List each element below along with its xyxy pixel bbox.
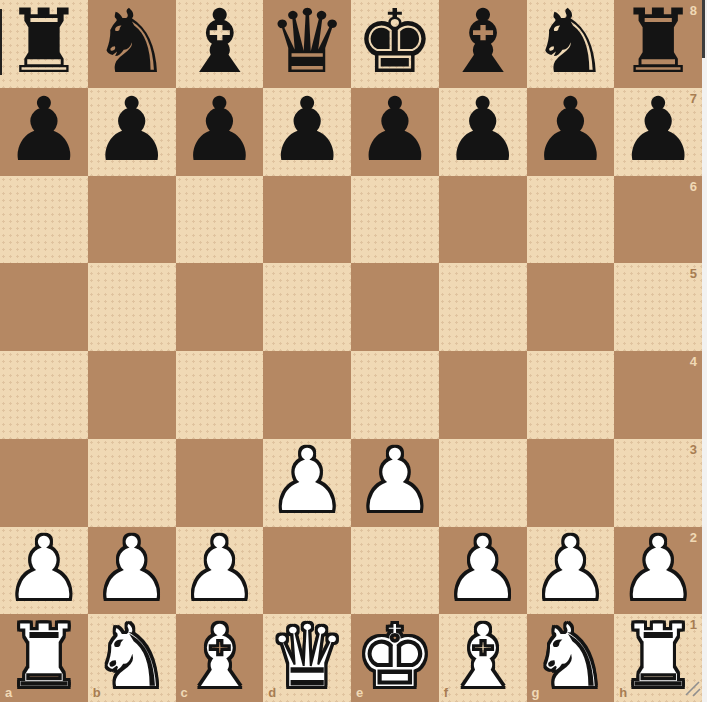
square-a5[interactable] — [0, 263, 88, 351]
white-knight[interactable]: ♞ — [92, 613, 171, 700]
square-a2[interactable]: ♟ — [0, 527, 88, 615]
square-a4[interactable] — [0, 351, 88, 439]
rank-label-3: 3 — [690, 443, 697, 456]
white-bishop[interactable]: ♝ — [443, 613, 522, 700]
chess-board[interactable]: ♜♞♝♛♚♝♞♜8♟♟♟♟♟♟♟♟7654♟♟3♟♟♟♟♟♟2♜a♞b♝c♛d♚… — [0, 0, 702, 702]
black-pawn[interactable]: ♟ — [268, 86, 347, 173]
square-c3[interactable] — [176, 439, 264, 527]
square-g4[interactable] — [527, 351, 615, 439]
black-pawn[interactable]: ♟ — [443, 86, 522, 173]
square-h4[interactable]: 4 — [614, 351, 702, 439]
white-pawn[interactable]: ♟ — [180, 525, 259, 612]
square-f6[interactable] — [439, 176, 527, 264]
black-rook[interactable]: ♜ — [619, 0, 698, 85]
square-a6[interactable] — [0, 176, 88, 264]
square-f4[interactable] — [439, 351, 527, 439]
scrollbar-thumb[interactable] — [702, 0, 705, 58]
square-c8[interactable]: ♝ — [176, 0, 264, 88]
square-b4[interactable] — [88, 351, 176, 439]
black-bishop[interactable]: ♝ — [180, 0, 259, 85]
square-b3[interactable] — [88, 439, 176, 527]
square-b2[interactable]: ♟ — [88, 527, 176, 615]
black-knight[interactable]: ♞ — [531, 0, 610, 85]
square-f1[interactable]: ♝f — [439, 614, 527, 702]
square-c4[interactable] — [176, 351, 264, 439]
square-d2[interactable] — [263, 527, 351, 615]
square-h5[interactable]: 5 — [614, 263, 702, 351]
scrollbar-track[interactable] — [702, 0, 707, 702]
square-e7[interactable]: ♟ — [351, 88, 439, 176]
white-bishop[interactable]: ♝ — [180, 613, 259, 700]
rank-label-5: 5 — [690, 267, 697, 280]
white-pawn[interactable]: ♟ — [443, 525, 522, 612]
square-f8[interactable]: ♝ — [439, 0, 527, 88]
square-c6[interactable] — [176, 176, 264, 264]
square-a1[interactable]: ♜a — [0, 614, 88, 702]
left-edge-artifact — [0, 9, 2, 75]
rank-label-6: 6 — [690, 180, 697, 193]
square-d1[interactable]: ♛d — [263, 614, 351, 702]
square-f3[interactable] — [439, 439, 527, 527]
square-h8[interactable]: ♜8 — [614, 0, 702, 88]
square-e3[interactable]: ♟ — [351, 439, 439, 527]
square-g1[interactable]: ♞g — [527, 614, 615, 702]
black-rook[interactable]: ♜ — [4, 0, 83, 85]
square-h2[interactable]: ♟2 — [614, 527, 702, 615]
square-e1[interactable]: ♚e — [351, 614, 439, 702]
black-bishop[interactable]: ♝ — [443, 0, 522, 85]
square-f2[interactable]: ♟ — [439, 527, 527, 615]
white-pawn[interactable]: ♟ — [355, 437, 434, 524]
square-b6[interactable] — [88, 176, 176, 264]
square-a7[interactable]: ♟ — [0, 88, 88, 176]
square-e5[interactable] — [351, 263, 439, 351]
black-queen[interactable]: ♛ — [268, 0, 347, 85]
square-d5[interactable] — [263, 263, 351, 351]
square-d4[interactable] — [263, 351, 351, 439]
square-g2[interactable]: ♟ — [527, 527, 615, 615]
square-d6[interactable] — [263, 176, 351, 264]
white-king[interactable]: ♚ — [355, 613, 434, 700]
white-rook[interactable]: ♜ — [4, 613, 83, 700]
page: ♜♞♝♛♚♝♞♜8♟♟♟♟♟♟♟♟7654♟♟3♟♟♟♟♟♟2♜a♞b♝c♛d♚… — [0, 0, 707, 702]
white-knight[interactable]: ♞ — [531, 613, 610, 700]
square-f5[interactable] — [439, 263, 527, 351]
black-pawn[interactable]: ♟ — [531, 86, 610, 173]
square-a3[interactable] — [0, 439, 88, 527]
black-pawn[interactable]: ♟ — [180, 86, 259, 173]
rank-label-4: 4 — [690, 355, 697, 368]
square-g5[interactable] — [527, 263, 615, 351]
square-b7[interactable]: ♟ — [88, 88, 176, 176]
black-king[interactable]: ♚ — [355, 0, 434, 85]
square-d3[interactable]: ♟ — [263, 439, 351, 527]
square-h7[interactable]: ♟7 — [614, 88, 702, 176]
black-knight[interactable]: ♞ — [92, 0, 171, 85]
white-pawn[interactable]: ♟ — [268, 437, 347, 524]
square-e4[interactable] — [351, 351, 439, 439]
square-c2[interactable]: ♟ — [176, 527, 264, 615]
white-pawn[interactable]: ♟ — [4, 525, 83, 612]
white-pawn[interactable]: ♟ — [619, 525, 698, 612]
square-b8[interactable]: ♞ — [88, 0, 176, 88]
square-a8[interactable]: ♜ — [0, 0, 88, 88]
black-pawn[interactable]: ♟ — [92, 86, 171, 173]
black-pawn[interactable]: ♟ — [355, 86, 434, 173]
square-d7[interactable]: ♟ — [263, 88, 351, 176]
square-g8[interactable]: ♞ — [527, 0, 615, 88]
square-h3[interactable]: 3 — [614, 439, 702, 527]
white-pawn[interactable]: ♟ — [92, 525, 171, 612]
square-c7[interactable]: ♟ — [176, 88, 264, 176]
board-resize-handle-icon[interactable] — [683, 679, 703, 699]
square-d8[interactable]: ♛ — [263, 0, 351, 88]
square-f7[interactable]: ♟ — [439, 88, 527, 176]
square-e8[interactable]: ♚ — [351, 0, 439, 88]
square-e6[interactable] — [351, 176, 439, 264]
square-c1[interactable]: ♝c — [176, 614, 264, 702]
white-queen[interactable]: ♛ — [268, 613, 347, 700]
square-g3[interactable] — [527, 439, 615, 527]
square-g6[interactable] — [527, 176, 615, 264]
black-pawn[interactable]: ♟ — [619, 86, 698, 173]
white-pawn[interactable]: ♟ — [531, 525, 610, 612]
square-b1[interactable]: ♞b — [88, 614, 176, 702]
square-b5[interactable] — [88, 263, 176, 351]
square-g7[interactable]: ♟ — [527, 88, 615, 176]
black-pawn[interactable]: ♟ — [4, 86, 83, 173]
square-c5[interactable] — [176, 263, 264, 351]
square-h6[interactable]: 6 — [614, 176, 702, 264]
square-e2[interactable] — [351, 527, 439, 615]
